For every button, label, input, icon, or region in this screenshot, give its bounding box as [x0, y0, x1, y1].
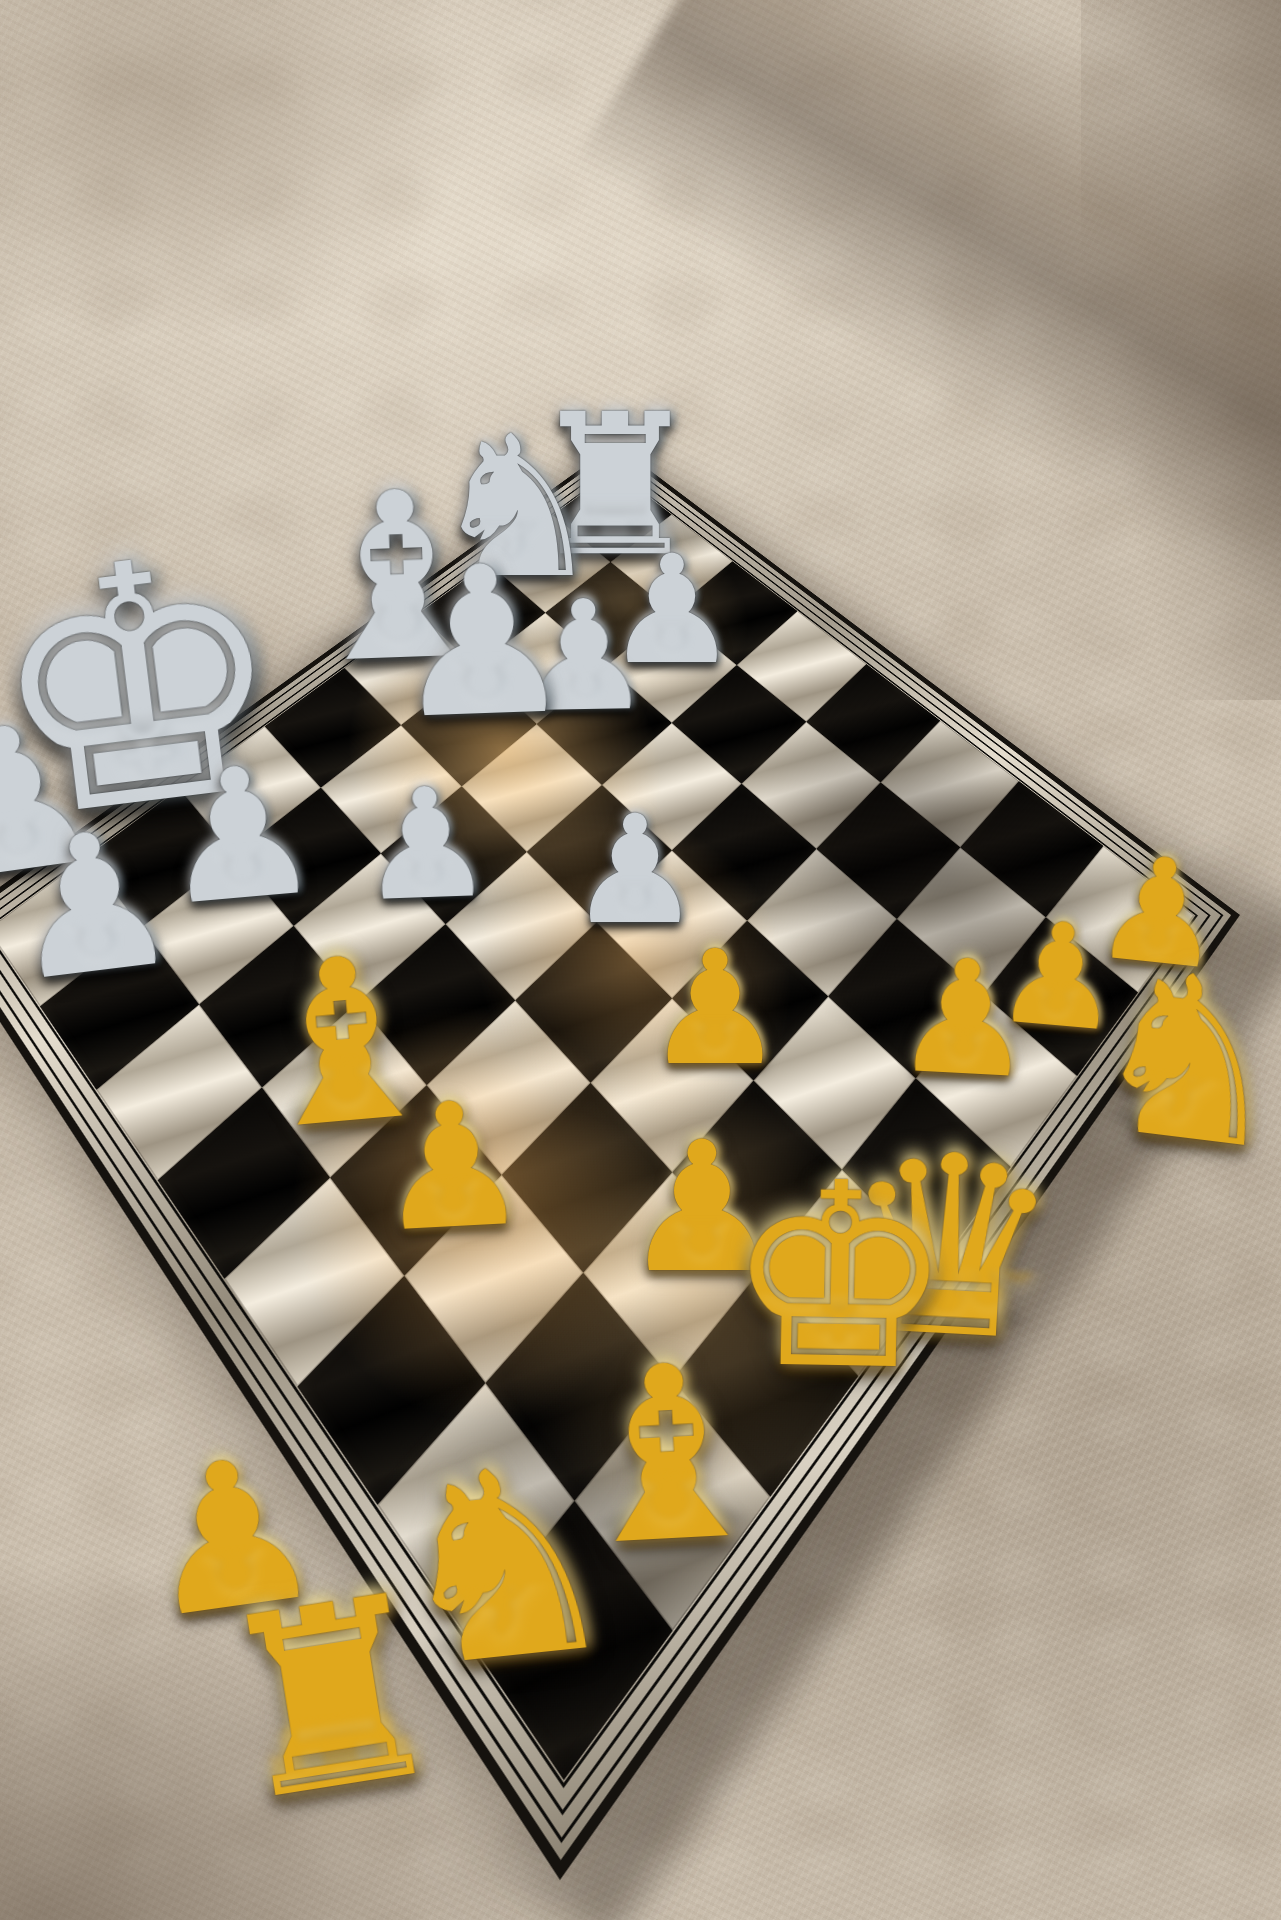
- pawn-reflection: ♟: [891, 1027, 1035, 1082]
- piece-gold-pawn-d6[interactable]: ♟♟: [644, 929, 786, 1101]
- pawn-reflection: ♟: [391, 656, 577, 724]
- photo-scene: { "game": "chess", "scene": { "descripti…: [0, 0, 1281, 1920]
- pawn-reflection: ♟: [358, 855, 496, 905]
- piece-gold-knight-rim-b8[interactable]: ♞♞: [1073, 936, 1281, 1204]
- pawn-reflection: ♟: [644, 1020, 786, 1067]
- piece-gold-rook-rim-h8[interactable]: ♜♜: [201, 1558, 465, 1862]
- piece-silver-pawn-h1[interactable]: ♟♟: [0, 801, 190, 1027]
- piece-gold-pawn-c7[interactable]: ♟♟: [889, 935, 1039, 1114]
- piece-gold-pawn-g5[interactable]: ♟♟: [370, 1077, 534, 1272]
- piece-silver-pawn-d2[interactable]: ♟♟: [387, 537, 578, 767]
- pawn-reflection: ♟: [376, 1177, 533, 1237]
